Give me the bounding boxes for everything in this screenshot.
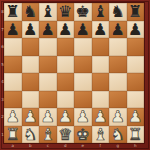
piece-white-pawn: ♟	[111, 108, 125, 126]
piece-black-rook: ♜	[6, 3, 20, 21]
square-d6[interactable]	[57, 38, 75, 56]
square-c3[interactable]	[39, 91, 57, 109]
square-d3[interactable]	[57, 91, 75, 109]
square-a1[interactable]: ♜	[4, 126, 22, 144]
piece-black-pawn: ♟	[111, 20, 125, 38]
square-b4[interactable]	[22, 73, 40, 91]
square-c6[interactable]	[39, 38, 57, 56]
square-g5[interactable]	[109, 56, 127, 74]
square-h2[interactable]: ♟	[127, 108, 145, 126]
chess-board: ♜♞♝♛♚♝♞♜♟♟♟♟♟♟♟♟♟♟♟♟♟♟♟♟♜♞♝♛♚♝♞♜	[4, 3, 144, 143]
square-a5[interactable]	[4, 56, 22, 74]
piece-black-knight: ♞	[111, 3, 125, 21]
piece-white-king: ♚	[76, 125, 90, 143]
square-g4[interactable]	[109, 73, 127, 91]
piece-black-pawn: ♟	[128, 20, 142, 38]
square-e8[interactable]: ♚	[74, 3, 92, 21]
square-a6[interactable]	[4, 38, 22, 56]
square-b6[interactable]	[22, 38, 40, 56]
square-d2[interactable]: ♟	[57, 108, 75, 126]
piece-black-rook: ♜	[128, 3, 142, 21]
square-e5[interactable]	[74, 56, 92, 74]
square-c2[interactable]: ♟	[39, 108, 57, 126]
square-h6[interactable]	[127, 38, 145, 56]
square-d8[interactable]: ♛	[57, 3, 75, 21]
piece-black-king: ♚	[76, 3, 90, 21]
square-e4[interactable]	[74, 73, 92, 91]
square-a2[interactable]: ♟	[4, 108, 22, 126]
piece-black-bishop: ♝	[41, 3, 55, 21]
square-c5[interactable]	[39, 56, 57, 74]
square-a8[interactable]: ♜	[4, 3, 22, 21]
piece-white-pawn: ♟	[93, 108, 107, 126]
piece-white-knight: ♞	[23, 125, 37, 143]
piece-black-queen: ♛	[58, 3, 72, 21]
square-d7[interactable]: ♟	[57, 21, 75, 39]
piece-black-pawn: ♟	[93, 20, 107, 38]
piece-black-knight: ♞	[23, 3, 37, 21]
piece-white-pawn: ♟	[58, 108, 72, 126]
square-g6[interactable]	[109, 38, 127, 56]
square-h1[interactable]: ♜	[127, 126, 145, 144]
square-c4[interactable]	[39, 73, 57, 91]
square-a4[interactable]	[4, 73, 22, 91]
square-h3[interactable]	[127, 91, 145, 109]
file-label-f: f	[92, 144, 110, 149]
square-g7[interactable]: ♟	[109, 21, 127, 39]
square-h4[interactable]	[127, 73, 145, 91]
square-a7[interactable]: ♟	[4, 21, 22, 39]
square-g1[interactable]: ♞	[109, 126, 127, 144]
square-b1[interactable]: ♞	[22, 126, 40, 144]
square-f4[interactable]	[92, 73, 110, 91]
square-e3[interactable]	[74, 91, 92, 109]
square-f2[interactable]: ♟	[92, 108, 110, 126]
square-b2[interactable]: ♟	[22, 108, 40, 126]
square-f3[interactable]	[92, 91, 110, 109]
file-label-e: e	[74, 144, 92, 149]
file-label-a: a	[4, 144, 22, 149]
square-e2[interactable]: ♟	[74, 108, 92, 126]
piece-black-pawn: ♟	[76, 20, 90, 38]
piece-white-rook: ♜	[6, 125, 20, 143]
piece-white-rook: ♜	[128, 125, 142, 143]
square-d4[interactable]	[57, 73, 75, 91]
piece-white-bishop: ♝	[93, 125, 107, 143]
square-f5[interactable]	[92, 56, 110, 74]
square-h7[interactable]: ♟	[127, 21, 145, 39]
piece-black-pawn: ♟	[41, 20, 55, 38]
piece-white-pawn: ♟	[6, 108, 20, 126]
chess-board-frame: ♜♞♝♛♚♝♞♜♟♟♟♟♟♟♟♟♟♟♟♟♟♟♟♟♜♞♝♛♚♝♞♜ 8765432…	[0, 0, 150, 150]
square-f6[interactable]	[92, 38, 110, 56]
square-g8[interactable]: ♞	[109, 3, 127, 21]
file-label-g: g	[109, 144, 127, 149]
square-d5[interactable]	[57, 56, 75, 74]
piece-white-bishop: ♝	[41, 125, 55, 143]
piece-white-pawn: ♟	[128, 108, 142, 126]
piece-white-pawn: ♟	[23, 108, 37, 126]
square-g3[interactable]	[109, 91, 127, 109]
piece-white-queen: ♛	[58, 125, 72, 143]
square-c7[interactable]: ♟	[39, 21, 57, 39]
square-f1[interactable]: ♝	[92, 126, 110, 144]
piece-black-pawn: ♟	[58, 20, 72, 38]
square-b7[interactable]: ♟	[22, 21, 40, 39]
square-c8[interactable]: ♝	[39, 3, 57, 21]
piece-black-bishop: ♝	[93, 3, 107, 21]
square-b8[interactable]: ♞	[22, 3, 40, 21]
square-c1[interactable]: ♝	[39, 126, 57, 144]
square-e1[interactable]: ♚	[74, 126, 92, 144]
piece-white-pawn: ♟	[76, 108, 90, 126]
square-g2[interactable]: ♟	[109, 108, 127, 126]
square-f7[interactable]: ♟	[92, 21, 110, 39]
square-e7[interactable]: ♟	[74, 21, 92, 39]
square-b5[interactable]	[22, 56, 40, 74]
piece-white-pawn: ♟	[41, 108, 55, 126]
file-label-h: h	[127, 144, 145, 149]
square-a3[interactable]	[4, 91, 22, 109]
square-f8[interactable]: ♝	[92, 3, 110, 21]
piece-white-knight: ♞	[111, 125, 125, 143]
square-d1[interactable]: ♛	[57, 126, 75, 144]
piece-black-pawn: ♟	[23, 20, 37, 38]
square-e6[interactable]	[74, 38, 92, 56]
square-h5[interactable]	[127, 56, 145, 74]
piece-black-pawn: ♟	[6, 20, 20, 38]
square-b3[interactable]	[22, 91, 40, 109]
file-label-b: b	[22, 144, 40, 149]
file-label-d: d	[57, 144, 75, 149]
square-h8[interactable]: ♜	[127, 3, 145, 21]
file-label-c: c	[39, 144, 57, 149]
